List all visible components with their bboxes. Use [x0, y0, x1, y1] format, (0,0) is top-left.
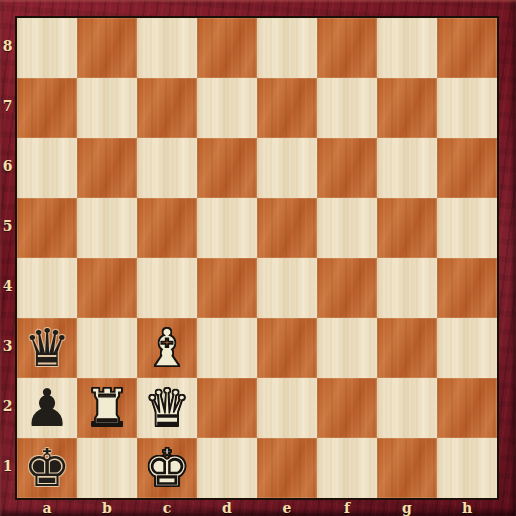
- piece-black-pawn-a2[interactable]: ♟: [17, 378, 77, 438]
- square-h2[interactable]: [437, 378, 497, 438]
- square-d8[interactable]: [197, 18, 257, 78]
- rank-label-4: 4: [0, 256, 15, 316]
- file-label-c: c: [137, 500, 197, 516]
- square-g7[interactable]: [377, 78, 437, 138]
- square-e8[interactable]: [257, 18, 317, 78]
- square-g4[interactable]: [377, 258, 437, 318]
- square-f6[interactable]: [317, 138, 377, 198]
- square-e3[interactable]: [257, 318, 317, 378]
- chess-board-frame: ♛♝♟♜♛♚♚ 87654321abcdefgh: [0, 0, 516, 516]
- square-h1[interactable]: [437, 438, 497, 498]
- square-b8[interactable]: [77, 18, 137, 78]
- square-a3[interactable]: ♛: [17, 318, 77, 378]
- square-e6[interactable]: [257, 138, 317, 198]
- square-g1[interactable]: [377, 438, 437, 498]
- square-g5[interactable]: [377, 198, 437, 258]
- square-g6[interactable]: [377, 138, 437, 198]
- square-g8[interactable]: [377, 18, 437, 78]
- square-f4[interactable]: [317, 258, 377, 318]
- square-h4[interactable]: [437, 258, 497, 318]
- square-f8[interactable]: [317, 18, 377, 78]
- square-a8[interactable]: [17, 18, 77, 78]
- square-d4[interactable]: [197, 258, 257, 318]
- square-c6[interactable]: [137, 138, 197, 198]
- square-b2[interactable]: ♜: [77, 378, 137, 438]
- square-a5[interactable]: [17, 198, 77, 258]
- rank-label-2: 2: [0, 376, 15, 436]
- square-c4[interactable]: [137, 258, 197, 318]
- square-e2[interactable]: [257, 378, 317, 438]
- file-label-d: d: [197, 500, 257, 516]
- piece-white-rook-b2[interactable]: ♜: [77, 378, 137, 438]
- square-b3[interactable]: [77, 318, 137, 378]
- square-f1[interactable]: [317, 438, 377, 498]
- square-g2[interactable]: [377, 378, 437, 438]
- square-a1[interactable]: ♚: [17, 438, 77, 498]
- square-d2[interactable]: [197, 378, 257, 438]
- square-h8[interactable]: [437, 18, 497, 78]
- square-c1[interactable]: ♚: [137, 438, 197, 498]
- square-h6[interactable]: [437, 138, 497, 198]
- square-f5[interactable]: [317, 198, 377, 258]
- file-label-b: b: [77, 500, 137, 516]
- piece-white-queen-c2[interactable]: ♛: [137, 378, 197, 438]
- square-h7[interactable]: [437, 78, 497, 138]
- square-h5[interactable]: [437, 198, 497, 258]
- square-c8[interactable]: [137, 18, 197, 78]
- square-b5[interactable]: [77, 198, 137, 258]
- square-g3[interactable]: [377, 318, 437, 378]
- chess-board: ♛♝♟♜♛♚♚: [15, 16, 499, 500]
- rank-label-5: 5: [0, 196, 15, 256]
- rank-label-1: 1: [0, 436, 15, 496]
- square-b7[interactable]: [77, 78, 137, 138]
- piece-black-king-a1[interactable]: ♚: [17, 438, 77, 498]
- square-f3[interactable]: [317, 318, 377, 378]
- square-e4[interactable]: [257, 258, 317, 318]
- square-d6[interactable]: [197, 138, 257, 198]
- square-d5[interactable]: [197, 198, 257, 258]
- square-a2[interactable]: ♟: [17, 378, 77, 438]
- square-b4[interactable]: [77, 258, 137, 318]
- rank-label-3: 3: [0, 316, 15, 376]
- square-a4[interactable]: [17, 258, 77, 318]
- file-label-h: h: [437, 500, 497, 516]
- square-c3[interactable]: ♝: [137, 318, 197, 378]
- square-b6[interactable]: [77, 138, 137, 198]
- square-e5[interactable]: [257, 198, 317, 258]
- square-d1[interactable]: [197, 438, 257, 498]
- piece-black-queen-a3[interactable]: ♛: [17, 318, 77, 378]
- piece-white-king-c1[interactable]: ♚: [137, 438, 197, 498]
- square-e1[interactable]: [257, 438, 317, 498]
- file-label-g: g: [377, 500, 437, 516]
- square-c7[interactable]: [137, 78, 197, 138]
- square-e7[interactable]: [257, 78, 317, 138]
- square-c5[interactable]: [137, 198, 197, 258]
- square-c2[interactable]: ♛: [137, 378, 197, 438]
- file-label-f: f: [317, 500, 377, 516]
- rank-label-7: 7: [0, 76, 15, 136]
- rank-label-8: 8: [0, 16, 15, 76]
- square-d3[interactable]: [197, 318, 257, 378]
- square-d7[interactable]: [197, 78, 257, 138]
- square-b1[interactable]: [77, 438, 137, 498]
- square-h3[interactable]: [437, 318, 497, 378]
- piece-white-bishop-c3[interactable]: ♝: [137, 318, 197, 378]
- square-a7[interactable]: [17, 78, 77, 138]
- file-label-e: e: [257, 500, 317, 516]
- file-label-a: a: [17, 500, 77, 516]
- square-a6[interactable]: [17, 138, 77, 198]
- rank-label-6: 6: [0, 136, 15, 196]
- square-f2[interactable]: [317, 378, 377, 438]
- square-f7[interactable]: [317, 78, 377, 138]
